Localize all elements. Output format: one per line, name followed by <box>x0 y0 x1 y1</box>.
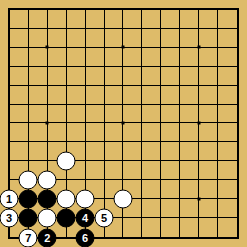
black-stone[interactable] <box>19 189 38 208</box>
board-cell[interactable] <box>180 161 199 180</box>
board-cell[interactable] <box>180 105 199 124</box>
board-cell[interactable] <box>86 86 105 105</box>
board-cell[interactable] <box>180 86 199 105</box>
board-cell[interactable] <box>218 86 237 105</box>
board-cell[interactable] <box>10 142 29 161</box>
white-stone[interactable]: 3 <box>0 208 19 227</box>
board-cell[interactable] <box>142 199 161 218</box>
board-cell[interactable] <box>105 123 124 142</box>
board-cell[interactable] <box>86 10 105 29</box>
white-stone[interactable] <box>114 189 133 208</box>
board-cell[interactable] <box>123 142 142 161</box>
board-cell[interactable] <box>142 105 161 124</box>
board-cell[interactable] <box>199 67 218 86</box>
board-cell[interactable] <box>199 123 218 142</box>
white-stone[interactable] <box>57 151 76 170</box>
board-cell[interactable] <box>218 142 237 161</box>
board-cell[interactable] <box>161 142 180 161</box>
board-cell[interactable] <box>29 29 48 48</box>
board-cell[interactable] <box>199 10 218 29</box>
board-cell[interactable] <box>86 29 105 48</box>
board-cell[interactable] <box>29 86 48 105</box>
board-cell[interactable] <box>105 161 124 180</box>
board-cell[interactable] <box>161 105 180 124</box>
board-cell[interactable] <box>180 123 199 142</box>
board-cell[interactable] <box>10 48 29 67</box>
board-cell[interactable] <box>29 123 48 142</box>
board-cell[interactable] <box>29 142 48 161</box>
board-cell[interactable] <box>161 218 180 237</box>
board-cell[interactable] <box>67 123 86 142</box>
white-stone[interactable]: 1 <box>0 189 19 208</box>
board-cell[interactable] <box>86 161 105 180</box>
black-stone[interactable] <box>38 189 57 208</box>
board-cell[interactable] <box>199 86 218 105</box>
board-cell[interactable] <box>161 161 180 180</box>
board-cell[interactable] <box>218 67 237 86</box>
board-cell[interactable] <box>161 199 180 218</box>
board-cell[interactable] <box>142 67 161 86</box>
board-cell[interactable] <box>142 48 161 67</box>
board-cell[interactable] <box>67 10 86 29</box>
board-cell[interactable] <box>67 67 86 86</box>
board-cell[interactable] <box>180 180 199 199</box>
board-cell[interactable] <box>29 10 48 29</box>
board-cell[interactable] <box>105 142 124 161</box>
board-cell[interactable] <box>29 67 48 86</box>
board-cell[interactable] <box>180 48 199 67</box>
board-cell[interactable] <box>86 48 105 67</box>
board-cell[interactable] <box>67 48 86 67</box>
board-cell[interactable] <box>180 67 199 86</box>
board-cell[interactable] <box>123 10 142 29</box>
board-cell[interactable] <box>10 105 29 124</box>
board-cell[interactable] <box>86 67 105 86</box>
board-cell[interactable] <box>67 105 86 124</box>
board-cell[interactable] <box>180 199 199 218</box>
board-cell[interactable] <box>199 161 218 180</box>
board-cell[interactable] <box>218 161 237 180</box>
board-cell[interactable] <box>199 48 218 67</box>
board-cell[interactable] <box>123 123 142 142</box>
move-number: 2 <box>44 233 50 244</box>
move-number: 4 <box>82 212 88 223</box>
board-cell[interactable] <box>123 86 142 105</box>
board-cell[interactable] <box>218 29 237 48</box>
board-cell[interactable] <box>142 161 161 180</box>
board-cell[interactable] <box>29 48 48 67</box>
board-cell[interactable] <box>86 105 105 124</box>
black-stone[interactable]: 6 <box>76 229 95 247</box>
board-cell[interactable] <box>161 48 180 67</box>
board-cell[interactable] <box>218 218 237 237</box>
board-cell[interactable] <box>142 86 161 105</box>
white-stone[interactable] <box>38 170 57 189</box>
board-cell[interactable] <box>142 142 161 161</box>
white-stone[interactable] <box>76 189 95 208</box>
board-cell[interactable] <box>48 10 67 29</box>
board-cell[interactable] <box>218 105 237 124</box>
board-cell[interactable] <box>218 123 237 142</box>
white-stone[interactable] <box>19 170 38 189</box>
board-cell[interactable] <box>142 10 161 29</box>
board-cell[interactable] <box>180 142 199 161</box>
black-stone[interactable] <box>57 208 76 227</box>
board-cell[interactable] <box>48 105 67 124</box>
board-cell[interactable] <box>161 86 180 105</box>
board-cell[interactable] <box>199 180 218 199</box>
board-cell[interactable] <box>218 10 237 29</box>
move-number: 1 <box>6 193 12 204</box>
black-stone[interactable] <box>19 208 38 227</box>
board-cell[interactable] <box>123 67 142 86</box>
board-cell[interactable] <box>161 67 180 86</box>
board-cell[interactable] <box>199 199 218 218</box>
board-cell[interactable] <box>48 48 67 67</box>
board-cell[interactable] <box>180 29 199 48</box>
board-cell[interactable] <box>123 29 142 48</box>
board-cell[interactable] <box>218 199 237 218</box>
board-cell[interactable] <box>10 29 29 48</box>
board-cell[interactable] <box>123 48 142 67</box>
board-cell[interactable] <box>105 67 124 86</box>
board-cell[interactable] <box>105 86 124 105</box>
board-cell[interactable] <box>180 10 199 29</box>
board-cell[interactable] <box>48 123 67 142</box>
board-cell[interactable] <box>199 218 218 237</box>
board-cell[interactable] <box>218 48 237 67</box>
board-cell[interactable] <box>48 86 67 105</box>
board-cell[interactable] <box>29 105 48 124</box>
board-cell[interactable] <box>123 218 142 237</box>
board-cell[interactable] <box>86 142 105 161</box>
board-cell[interactable] <box>199 142 218 161</box>
move-number: 7 <box>25 233 31 244</box>
board-cell[interactable] <box>105 48 124 67</box>
board-cell[interactable] <box>142 180 161 199</box>
board-cell[interactable] <box>199 29 218 48</box>
board-cell[interactable] <box>218 180 237 199</box>
board-cell[interactable] <box>161 180 180 199</box>
board-cell[interactable] <box>105 10 124 29</box>
board-cell[interactable] <box>161 123 180 142</box>
board-cell[interactable] <box>105 29 124 48</box>
board-cell[interactable] <box>180 218 199 237</box>
board-cell[interactable] <box>123 105 142 124</box>
board-cell[interactable] <box>48 67 67 86</box>
board-cell[interactable] <box>105 105 124 124</box>
white-stone[interactable]: 7 <box>19 229 38 247</box>
board-cell[interactable] <box>142 218 161 237</box>
board-cell[interactable] <box>161 10 180 29</box>
board-cell[interactable] <box>142 29 161 48</box>
board-cell[interactable] <box>161 29 180 48</box>
go-diagram: 1345726 <box>0 0 247 247</box>
board-cell[interactable] <box>123 161 142 180</box>
board-cell[interactable] <box>48 29 67 48</box>
board-cell[interactable] <box>10 10 29 29</box>
board-cell[interactable] <box>10 123 29 142</box>
black-stone[interactable]: 2 <box>38 229 57 247</box>
white-stone[interactable]: 5 <box>95 208 114 227</box>
board-cell[interactable] <box>199 105 218 124</box>
board-cell[interactable] <box>10 86 29 105</box>
board-cell[interactable] <box>86 123 105 142</box>
move-number: 6 <box>82 233 88 244</box>
white-stone[interactable] <box>57 189 76 208</box>
move-number: 5 <box>101 212 107 223</box>
board-cell[interactable] <box>10 67 29 86</box>
move-number: 3 <box>6 212 12 223</box>
board-cell[interactable] <box>142 123 161 142</box>
board-cell[interactable] <box>67 86 86 105</box>
board-cell[interactable] <box>67 29 86 48</box>
white-stone[interactable] <box>38 208 57 227</box>
black-stone[interactable]: 4 <box>76 208 95 227</box>
